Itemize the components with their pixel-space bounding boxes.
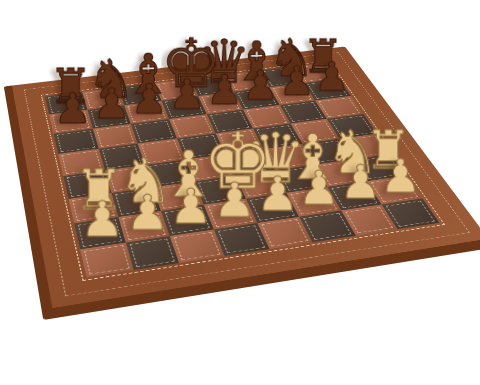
- black-bishop-c8: ♝: [124, 46, 161, 101]
- square-a6: [54, 129, 99, 154]
- black-king-d8: ♚: [161, 29, 198, 97]
- square-c4: [145, 159, 194, 187]
- board-grid: ♜♞♝♚♛♝♞♜♟♟♟♟♟♟♟♟♜♞♝♚♛♝♞♜♟♟♟♟♟♟♟♟: [45, 62, 439, 277]
- black-knight-b8: ♞: [87, 52, 125, 106]
- white-pawn-e2: ♟: [255, 170, 299, 218]
- square-b5: [98, 144, 145, 170]
- black-rook-h8: ♜: [303, 33, 339, 79]
- square-h4: [340, 133, 391, 159]
- square-b1: [125, 236, 179, 270]
- black-knight-g8: ♞: [268, 32, 304, 84]
- black-rook-a8: ♜: [49, 62, 87, 111]
- square-b6: [93, 124, 138, 149]
- black-queen-e8: ♛: [197, 33, 234, 93]
- black-bishop-f8: ♝: [233, 34, 270, 88]
- square-a1: [80, 243, 133, 278]
- chess-board: ♜♞♝♚♛♝♞♜♟♟♟♟♟♟♟♟♜♞♝♚♛♝♞♜♟♟♟♟♟♟♟♟: [4, 47, 480, 320]
- product-photo-stage: ♜♞♝♚♛♝♞♜♟♟♟♟♟♟♟♟♜♞♝♚♛♝♞♜♟♟♟♟♟♟♟♟: [0, 0, 480, 385]
